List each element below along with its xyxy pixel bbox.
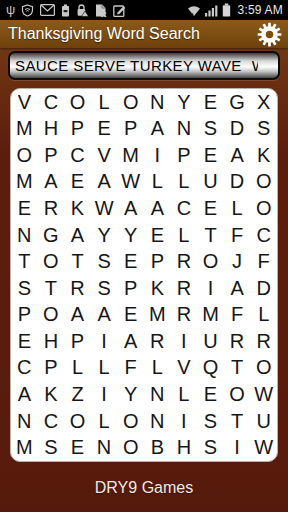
grid-cell-r10c10[interactable]: R (250, 328, 277, 355)
footer-brand: DRY9 Games (0, 479, 288, 497)
email-icon (40, 3, 55, 17)
grid-cell-r5c5[interactable]: A (117, 195, 144, 222)
app-screen: ψ (0, 0, 288, 512)
grid-cell-r2c4[interactable]: E (91, 116, 118, 143)
grid-cell-r12c7[interactable]: L (171, 381, 198, 408)
grid-cell-r6c2[interactable]: G (38, 222, 65, 249)
grid-cell-r14c4[interactable]: N (91, 434, 118, 461)
grid-cell-r1c6[interactable]: N (144, 89, 171, 116)
grid-cell-r13c3[interactable]: O (64, 408, 91, 435)
grid-cell-r5c7[interactable]: C (171, 195, 198, 222)
grid-cell-r3c4[interactable]: V (91, 142, 118, 169)
grid-cell-r1c9[interactable]: G (224, 89, 251, 116)
grid-cell-r6c3[interactable]: A (64, 222, 91, 249)
grid-cell-r7c7[interactable]: R (171, 248, 198, 275)
grid-cell-r11c3[interactable]: L (64, 355, 91, 382)
shield-icon (21, 3, 34, 17)
grid-cell-r3c7[interactable]: P (171, 142, 198, 169)
grid-cell-r12c8[interactable]: E (197, 381, 224, 408)
grid-cell-r13c5[interactable]: O (117, 408, 144, 435)
grid-cell-r9c9[interactable]: F (224, 302, 251, 329)
grid-cell-r9c10[interactable]: L (250, 302, 277, 329)
grid-cell-r6c8[interactable]: T (197, 222, 224, 249)
grid-cell-r13c7[interactable]: I (171, 408, 198, 435)
edit-icon (113, 3, 126, 17)
grid-cell-r12c2[interactable]: K (38, 381, 65, 408)
grid-cell-r7c9[interactable]: J (224, 248, 251, 275)
grid-cell-r14c6[interactable]: B (144, 434, 171, 461)
grid-cell-r3c10[interactable]: K (250, 142, 277, 169)
grid-cell-r13c9[interactable]: T (224, 408, 251, 435)
grid-cell-r7c1[interactable]: T (11, 248, 38, 275)
grid-cell-r9c4[interactable]: A (91, 302, 118, 329)
grid-cell-r1c8[interactable]: E (197, 89, 224, 116)
grid-cell-r10c4[interactable]: I (91, 328, 118, 355)
grid-cell-r2c1[interactable]: M (11, 116, 38, 143)
grid-cell-r13c6[interactable]: N (144, 408, 171, 435)
grid-cell-r14c10[interactable]: W (250, 434, 277, 461)
grid-cell-r13c1[interactable]: N (11, 408, 38, 435)
grid-cell-r4c6[interactable]: L (144, 169, 171, 196)
grid-cell-r5c10[interactable]: O (250, 195, 277, 222)
grid-cell-r9c5[interactable]: E (117, 302, 144, 329)
grid-cell-r4c2[interactable]: A (38, 169, 65, 196)
grid-cell-r1c5[interactable]: O (117, 89, 144, 116)
grid-cell-r5c2[interactable]: R (38, 195, 65, 222)
grid-cell-r5c3[interactable]: K (64, 195, 91, 222)
grid-cell-r8c10[interactable]: D (250, 275, 277, 302)
grid-cell-r7c4[interactable]: S (91, 248, 118, 275)
grid-cell-r9c3[interactable]: A (64, 302, 91, 329)
grid-cell-r4c5[interactable]: W (117, 169, 144, 196)
grid-cell-r10c7[interactable]: I (171, 328, 198, 355)
grid-cell-r2c10[interactable]: S (250, 116, 277, 143)
grid-cell-r14c1[interactable]: M (11, 434, 38, 461)
grid-cell-r10c5[interactable]: A (117, 328, 144, 355)
grid-cell-r1c1[interactable]: V (11, 89, 38, 116)
grid-cell-r3c8[interactable]: E (197, 142, 224, 169)
grid-cell-r2c7[interactable]: N (171, 116, 198, 143)
grid-cell-r9c7[interactable]: R (171, 302, 198, 329)
grid-cell-r4c7[interactable]: L (171, 169, 198, 196)
grid-cell-r6c10[interactable]: C (250, 222, 277, 249)
status-bar: ψ (0, 0, 288, 20)
grid-cell-r9c6[interactable]: M (144, 302, 171, 329)
grid-cell-r14c2[interactable]: S (38, 434, 65, 461)
grid-cell-r5c9[interactable]: L (224, 195, 251, 222)
battery-alert-icon (61, 3, 70, 17)
grid-cell-r4c4[interactable]: A (91, 169, 118, 196)
grid-cell-r12c5[interactable]: Y (117, 381, 144, 408)
grid-cell-r10c2[interactable]: H (38, 328, 65, 355)
grid-cell-r2c2[interactable]: H (38, 116, 65, 143)
grid-cell-r11c7[interactable]: V (171, 355, 198, 382)
grid-cell-r2c5[interactable]: P (117, 116, 144, 143)
grid-cell-r8c6[interactable]: K (144, 275, 171, 302)
grid-cell-r2c3[interactable]: P (64, 116, 91, 143)
grid-cell-r8c4[interactable]: S (91, 275, 118, 302)
status-time: 3:59 AM (238, 3, 283, 17)
grid-cell-r1c7[interactable]: Y (171, 89, 198, 116)
grid-cell-r6c9[interactable]: F (224, 222, 251, 249)
grid-cell-r4c8[interactable]: U (197, 169, 224, 196)
grid-cell-r11c2[interactable]: P (38, 355, 65, 382)
grid-cell-r3c2[interactable]: P (38, 142, 65, 169)
grid-cell-r14c7[interactable]: H (171, 434, 198, 461)
grid-cell-r13c10[interactable]: U (250, 408, 277, 435)
status-bar-right: 3:59 AM (187, 3, 288, 17)
grid-cell-r11c9[interactable]: T (224, 355, 251, 382)
grid-cell-r11c6[interactable]: L (144, 355, 171, 382)
grid-cell-r8c3[interactable]: R (64, 275, 91, 302)
grid-cell-r7c3[interactable]: T (64, 248, 91, 275)
grid-cell-r12c1[interactable]: A (11, 381, 38, 408)
grid-cell-r4c10[interactable]: O (250, 169, 277, 196)
grid-cell-r2c8[interactable]: S (197, 116, 224, 143)
grid-cell-r7c5[interactable]: E (117, 248, 144, 275)
grid-cell-r14c9[interactable]: I (224, 434, 251, 461)
grid-cell-r6c1[interactable]: N (11, 222, 38, 249)
battery-icon (222, 3, 231, 17)
grid-cell-r5c6[interactable]: A (144, 195, 171, 222)
grid-cell-r1c4[interactable]: L (91, 89, 118, 116)
letter-grid: VCOLONYEGXMHPEPANSDSOPCVMIPEAKMAEAWLLUDO… (11, 89, 277, 461)
file-error-icon (95, 3, 107, 17)
grid-cell-r6c5[interactable]: Y (117, 222, 144, 249)
grid-cell-r8c7[interactable]: R (171, 275, 198, 302)
grid-cell-r9c8[interactable]: M (197, 302, 224, 329)
grid-cell-r8c8[interactable]: I (197, 275, 224, 302)
grid-cell-r11c1[interactable]: C (11, 355, 38, 382)
grid-cell-r2c6[interactable]: A (144, 116, 171, 143)
grid-cell-r6c6[interactable]: E (144, 222, 171, 249)
status-bar-left-icons: ψ (0, 3, 187, 17)
grid-cell-r5c1[interactable]: E (11, 195, 38, 222)
grid-cell-r12c6[interactable]: N (144, 381, 171, 408)
grid-cell-r7c10[interactable]: F (250, 248, 277, 275)
grid-cell-r8c2[interactable]: T (38, 275, 65, 302)
grid-cell-r10c6[interactable]: R (144, 328, 171, 355)
grid-cell-r3c6[interactable]: I (144, 142, 171, 169)
grid-cell-r1c10[interactable]: X (250, 89, 277, 116)
grid-cell-r12c3[interactable]: Z (64, 381, 91, 408)
grid-cell-r10c8[interactable]: U (197, 328, 224, 355)
grid-cell-r3c5[interactable]: M (117, 142, 144, 169)
grid-cell-r7c2[interactable]: O (38, 248, 65, 275)
grid-cell-r11c4[interactable]: L (91, 355, 118, 382)
grid-cell-r11c10[interactable]: O (250, 355, 277, 382)
grid-cell-r3c1[interactable]: O (11, 142, 38, 169)
grid-cell-r13c8[interactable]: S (197, 408, 224, 435)
grid-cell-r9c2[interactable]: O (38, 302, 65, 329)
grid-cell-r14c5[interactable]: O (117, 434, 144, 461)
grid-cell-r7c6[interactable]: P (144, 248, 171, 275)
grid-cell-r14c8[interactable]: S (197, 434, 224, 461)
signal-strength-icon (205, 3, 218, 17)
grid-cell-r8c5[interactable]: P (117, 275, 144, 302)
grid-cell-r6c4[interactable]: Y (91, 222, 118, 249)
word-list-text: SAUCE SERVE TURKEY WAVE (10, 57, 242, 74)
grid-cell-r4c9[interactable]: D (224, 169, 251, 196)
grid-cell-r11c5[interactable]: F (117, 355, 144, 382)
grid-cell-r10c3[interactable]: P (64, 328, 91, 355)
grid-cell-r12c10[interactable]: W (250, 381, 277, 408)
settings-button[interactable] (256, 21, 282, 47)
grid-cell-r10c1[interactable]: E (11, 328, 38, 355)
grid-cell-r1c3[interactable]: O (64, 89, 91, 116)
grid-cell-r3c3[interactable]: C (64, 142, 91, 169)
grid-cell-r2c9[interactable]: D (224, 116, 251, 143)
wifi-icon (187, 3, 201, 17)
grid-cell-r12c9[interactable]: O (224, 381, 251, 408)
grid-cell-r13c4[interactable]: L (91, 408, 118, 435)
grid-cell-r5c8[interactable]: E (197, 195, 224, 222)
grid-cell-r8c9[interactable]: A (224, 275, 251, 302)
usb-icon: ψ (6, 3, 15, 17)
grid-cell-r14c3[interactable]: E (64, 434, 91, 461)
grid-cell-r7c8[interactable]: O (197, 248, 224, 275)
grid-cell-r8c1[interactable]: S (11, 275, 38, 302)
grid-cell-r10c9[interactable]: R (224, 328, 251, 355)
grid-cell-r13c2[interactable]: C (38, 408, 65, 435)
gear-icon (257, 22, 282, 47)
grid-cell-r1c2[interactable]: C (38, 89, 65, 116)
grid-cell-r5c4[interactable]: W (91, 195, 118, 222)
word-search-board: VCOLONYEGXMHPEPANSDSOPCVMIPEAKMAEAWLLUDO… (10, 88, 278, 462)
grid-cell-r12c4[interactable]: I (91, 381, 118, 408)
word-list-next-partial: W (252, 57, 258, 74)
grid-cell-r4c1[interactable]: M (11, 169, 38, 196)
grid-cell-r9c1[interactable]: P (11, 302, 38, 329)
grid-cell-r11c8[interactable]: Q (197, 355, 224, 382)
title-bar: Thanksgiving Word Search (0, 20, 288, 48)
grid-cell-r4c3[interactable]: E (64, 169, 91, 196)
grid-cell-r3c9[interactable]: A (224, 142, 251, 169)
word-list-bar[interactable]: SAUCE SERVE TURKEY WAVE W (8, 51, 280, 80)
grid-cell-r6c7[interactable]: L (171, 222, 198, 249)
lock-warning-icon (76, 3, 89, 17)
page-title: Thanksgiving Word Search (0, 25, 256, 43)
